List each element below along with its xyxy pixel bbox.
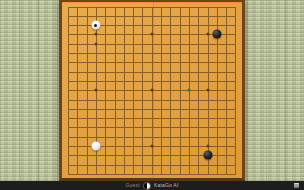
grid-line-v <box>180 7 181 175</box>
star-point <box>150 89 153 92</box>
teal-dot-marker-O10 <box>187 89 190 92</box>
last-move-marker <box>94 24 97 27</box>
grid-line-v <box>161 7 162 175</box>
go-board[interactable] <box>59 0 245 181</box>
board-play-area[interactable] <box>62 2 242 178</box>
star-point <box>206 145 209 148</box>
bottom-status-bar: Guest KataGo AI <box>0 181 304 190</box>
dot-marker-D15 <box>94 42 97 45</box>
turn-indicator-icon <box>144 183 150 189</box>
stone-white-D17 <box>91 21 100 30</box>
star-point <box>94 33 97 36</box>
go-app-screen: Guest KataGo AI <box>0 0 304 190</box>
grid-line-v <box>198 7 199 175</box>
stone-black-R16 <box>212 30 221 39</box>
grid-line-v <box>226 7 227 175</box>
stone-black-Q3 <box>203 151 212 160</box>
star-point <box>206 33 209 36</box>
right-player-label: KataGo AI <box>154 181 179 190</box>
menu-icon[interactable] <box>294 183 299 188</box>
grid-line-v <box>235 7 236 175</box>
star-point <box>94 89 97 92</box>
star-point <box>150 33 153 36</box>
star-point <box>150 145 153 148</box>
left-player-label: Guest <box>126 181 140 190</box>
grid-line-v <box>170 7 171 175</box>
star-point <box>206 89 209 92</box>
stone-white-D4 <box>91 142 100 151</box>
